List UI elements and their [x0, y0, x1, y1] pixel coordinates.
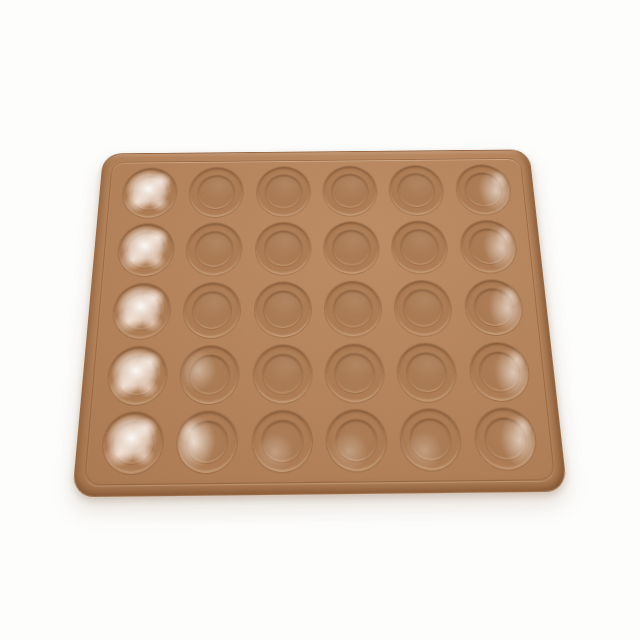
mold-r1c2	[189, 167, 244, 217]
mold-cell-r5c2	[169, 407, 246, 478]
mold-cell-r5c1	[93, 408, 172, 479]
mold-cell-r1c6	[448, 161, 519, 217]
mold-cell-r2c1	[109, 221, 181, 281]
mold-cell-r4c5	[390, 339, 466, 406]
mold-r4c6	[468, 342, 531, 400]
mold-cell-r4c2	[172, 341, 247, 408]
mold-cell-r3c6	[456, 276, 532, 339]
mold-r4c5	[397, 343, 458, 402]
mold-cell-r1c1	[114, 165, 184, 222]
mold-cell-r1c4	[316, 163, 384, 220]
mold-cell-r5c5	[392, 405, 470, 475]
mold-cell-r3c1	[104, 280, 179, 343]
mold-r4c2	[180, 345, 240, 404]
mold-cell-r1c2	[182, 164, 251, 221]
mold-r5c6	[473, 408, 538, 470]
mold-r3c5	[394, 281, 453, 336]
mold-r1c1	[121, 168, 177, 218]
mold-r1c6	[455, 165, 512, 215]
mold-cell-r3c3	[247, 278, 318, 341]
mold-r4c3	[253, 344, 311, 403]
mold-cell-r2c3	[248, 219, 317, 279]
mold-cell-r3c2	[176, 279, 249, 342]
mold-r2c6	[459, 221, 518, 273]
mold-r2c2	[186, 223, 242, 276]
mold-r5c4	[327, 410, 388, 472]
mold-cell-r2c5	[385, 218, 457, 278]
mold-r1c4	[323, 166, 377, 216]
mold-cell-r4c4	[318, 340, 392, 407]
mold-cell-r5c6	[466, 404, 546, 474]
mold-r1c5	[389, 165, 445, 215]
mold-cell-r1c5	[382, 162, 452, 219]
mold-r3c3	[254, 282, 311, 337]
mold-r3c2	[183, 283, 241, 338]
mold-r3c1	[112, 283, 172, 338]
mold-cell-r2c4	[317, 219, 387, 279]
mold-r5c3	[252, 411, 312, 473]
mold-r5c5	[400, 409, 463, 471]
mold-r4c4	[326, 344, 385, 403]
mold-r4c1	[107, 346, 169, 405]
mold-cell-r4c6	[461, 338, 539, 405]
mold-cell-r3c4	[318, 278, 390, 341]
mold-r5c1	[101, 412, 164, 474]
mold-cell-r2c2	[179, 220, 250, 280]
product-photo-canvas: { "scene": { "description": "Overhead pr…	[0, 0, 640, 639]
mold-cell-r1c3	[249, 163, 317, 220]
mold-grid	[93, 161, 546, 478]
mold-r3c6	[464, 280, 525, 335]
mold-cell-r5c3	[244, 406, 320, 477]
mat-perspective-stage	[72, 149, 567, 497]
mold-r2c4	[324, 222, 380, 274]
mold-cell-r4c1	[99, 342, 176, 409]
mold-cell-r5c4	[319, 406, 395, 477]
mold-cell-r4c3	[246, 341, 319, 408]
mold-cell-r2c6	[452, 217, 526, 277]
mold-r2c5	[392, 221, 449, 273]
mold-r2c1	[117, 224, 175, 277]
mold-r1c3	[256, 167, 310, 217]
mold-r2c3	[255, 223, 310, 275]
mold-r5c2	[177, 411, 239, 473]
mold-r3c4	[325, 281, 382, 336]
silicone-baking-mat	[72, 149, 567, 497]
mold-cell-r3c5	[387, 277, 461, 340]
